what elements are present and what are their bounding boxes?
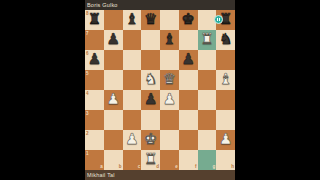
piece-white-pawn: ♟ xyxy=(123,130,142,150)
square-b5[interactable] xyxy=(104,70,123,90)
file-label-c: c xyxy=(138,164,141,169)
square-e6[interactable] xyxy=(160,50,179,70)
square-c8[interactable]: ♝ xyxy=(123,10,142,30)
square-f8[interactable]: ♚ xyxy=(179,10,198,30)
chess-board: 8♜♝♛♚♜7♟♝♜♞6♟♟5♞♛♝4♟♟♟32♟♚♟1abcd♜efgh xyxy=(85,10,235,170)
square-d8[interactable]: ♛ xyxy=(141,10,160,30)
file-label-f: f xyxy=(195,164,197,169)
square-f4[interactable] xyxy=(179,90,198,110)
square-e1[interactable]: e xyxy=(160,150,179,170)
square-d2[interactable]: ♚ xyxy=(141,130,160,150)
square-f6[interactable]: ♟ xyxy=(179,50,198,70)
file-label-e: e xyxy=(175,164,178,169)
file-label-b: b xyxy=(119,164,122,169)
square-h6[interactable] xyxy=(216,50,235,70)
piece-black-king: ♚ xyxy=(179,10,198,30)
square-e3[interactable] xyxy=(160,110,179,130)
rank-label-8: 8 xyxy=(86,11,89,16)
square-d5[interactable]: ♞ xyxy=(141,70,160,90)
white-player-name: Mikhail Tal xyxy=(87,170,115,180)
pause-bar xyxy=(217,18,218,22)
rank-label-5: 5 xyxy=(86,71,89,76)
pause-icon[interactable] xyxy=(214,15,223,24)
square-h1[interactable]: h xyxy=(216,150,235,170)
square-c4[interactable] xyxy=(123,90,142,110)
piece-black-knight: ♞ xyxy=(216,30,235,50)
square-c6[interactable] xyxy=(123,50,142,70)
square-f5[interactable] xyxy=(179,70,198,90)
square-f1[interactable]: f xyxy=(179,150,198,170)
square-d4[interactable]: ♟ xyxy=(141,90,160,110)
square-d1[interactable]: d♜ xyxy=(141,150,160,170)
square-b3[interactable] xyxy=(104,110,123,130)
piece-white-pawn: ♟ xyxy=(160,90,179,110)
square-a6[interactable]: 6♟ xyxy=(85,50,104,70)
rank-label-6: 6 xyxy=(86,51,89,56)
square-a5[interactable]: 5 xyxy=(85,70,104,90)
square-g1[interactable]: g xyxy=(198,150,217,170)
piece-black-bishop: ♝ xyxy=(123,10,142,30)
piece-black-pawn: ♟ xyxy=(179,50,198,70)
piece-white-knight: ♞ xyxy=(141,70,160,90)
square-e8[interactable] xyxy=(160,10,179,30)
square-a8[interactable]: 8♜ xyxy=(85,10,104,30)
square-h2[interactable]: ♟ xyxy=(216,130,235,150)
square-d6[interactable] xyxy=(141,50,160,70)
square-h5[interactable]: ♝ xyxy=(216,70,235,90)
square-g6[interactable] xyxy=(198,50,217,70)
rank-label-2: 2 xyxy=(86,131,89,136)
file-label-a: a xyxy=(100,164,103,169)
video-frame: Boris Gulko 8♜♝♛♚♜7♟♝♜♞6♟♟5♞♛♝4♟♟♟32♟♚♟1… xyxy=(0,0,320,180)
square-h4[interactable] xyxy=(216,90,235,110)
pause-bar xyxy=(219,18,220,22)
square-b4[interactable]: ♟ xyxy=(104,90,123,110)
piece-black-pawn: ♟ xyxy=(104,30,123,50)
piece-black-queen: ♛ xyxy=(141,10,160,30)
rank-label-4: 4 xyxy=(86,91,89,96)
file-label-g: g xyxy=(213,164,216,169)
piece-white-king: ♚ xyxy=(141,130,160,150)
square-c7[interactable] xyxy=(123,30,142,50)
piece-white-pawn: ♟ xyxy=(216,130,235,150)
square-a1[interactable]: 1a xyxy=(85,150,104,170)
square-e4[interactable]: ♟ xyxy=(160,90,179,110)
file-label-h: h xyxy=(231,164,234,169)
square-c3[interactable] xyxy=(123,110,142,130)
piece-black-bishop: ♝ xyxy=(160,30,179,50)
square-g4[interactable] xyxy=(198,90,217,110)
piece-white-queen: ♛ xyxy=(160,70,179,90)
square-c5[interactable] xyxy=(123,70,142,90)
square-g2[interactable] xyxy=(198,130,217,150)
rank-label-1: 1 xyxy=(86,151,89,156)
piece-white-rook: ♜ xyxy=(198,30,217,50)
piece-white-pawn: ♟ xyxy=(104,90,123,110)
chess-app: Boris Gulko 8♜♝♛♚♜7♟♝♜♞6♟♟5♞♛♝4♟♟♟32♟♚♟1… xyxy=(85,0,235,180)
square-h3[interactable] xyxy=(216,110,235,130)
square-g7[interactable]: ♜ xyxy=(198,30,217,50)
square-f3[interactable] xyxy=(179,110,198,130)
black-player-name: Boris Gulko xyxy=(87,0,118,10)
file-label-d: d xyxy=(156,164,159,169)
square-g5[interactable] xyxy=(198,70,217,90)
square-a7[interactable]: 7 xyxy=(85,30,104,50)
square-d3[interactable] xyxy=(141,110,160,130)
piece-black-pawn: ♟ xyxy=(141,90,160,110)
square-b7[interactable]: ♟ xyxy=(104,30,123,50)
square-b8[interactable] xyxy=(104,10,123,30)
piece-white-bishop: ♝ xyxy=(216,70,235,90)
rank-label-3: 3 xyxy=(86,111,89,116)
square-b1[interactable]: b xyxy=(104,150,123,170)
square-b6[interactable] xyxy=(104,50,123,70)
player-bar-white: Mikhail Tal xyxy=(85,170,235,180)
square-e2[interactable] xyxy=(160,130,179,150)
square-c2[interactable]: ♟ xyxy=(123,130,142,150)
square-g3[interactable] xyxy=(198,110,217,130)
square-c1[interactable]: c xyxy=(123,150,142,170)
square-f7[interactable] xyxy=(179,30,198,50)
square-e7[interactable]: ♝ xyxy=(160,30,179,50)
square-h7[interactable]: ♞ xyxy=(216,30,235,50)
square-b2[interactable] xyxy=(104,130,123,150)
square-f2[interactable] xyxy=(179,130,198,150)
square-d7[interactable] xyxy=(141,30,160,50)
player-bar-black: Boris Gulko xyxy=(85,0,235,10)
square-a2[interactable]: 2 xyxy=(85,130,104,150)
square-e5[interactable]: ♛ xyxy=(160,70,179,90)
square-a4[interactable]: 4 xyxy=(85,90,104,110)
rank-label-7: 7 xyxy=(86,31,89,36)
square-a3[interactable]: 3 xyxy=(85,110,104,130)
